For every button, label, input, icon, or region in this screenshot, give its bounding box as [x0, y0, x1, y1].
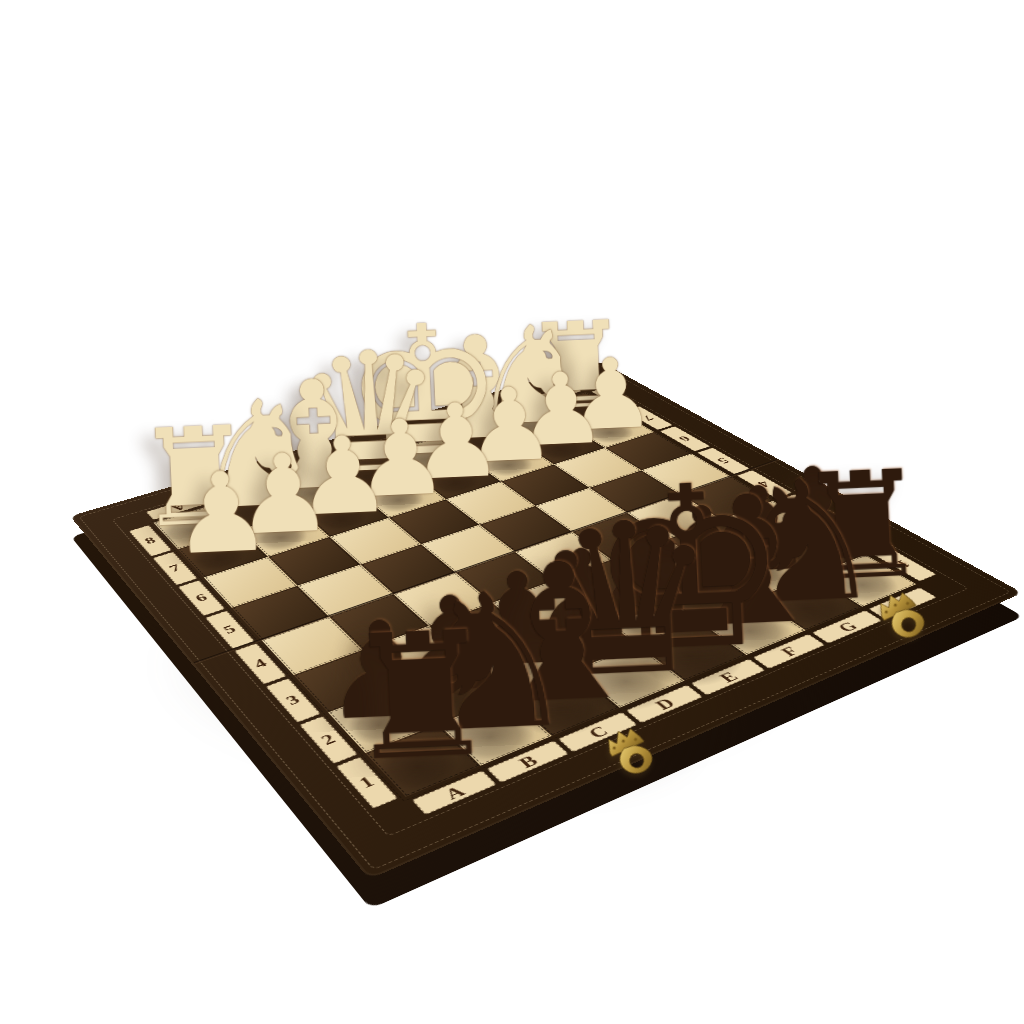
product-photo-scene: ABCDEFGH ABCDEFGH 87654321 87654321 ♜♞♟♝…	[0, 0, 1024, 1024]
